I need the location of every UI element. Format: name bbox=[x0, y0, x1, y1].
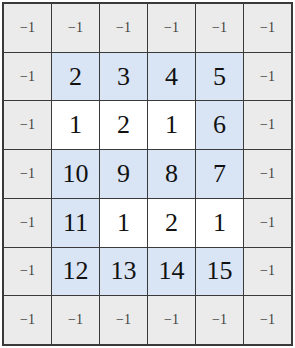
board: −1−1−1−1−1−1−12345−1−11216−1−110987−1−11… bbox=[2, 2, 293, 346]
grid-cell-r6c1: −1 bbox=[52, 296, 99, 344]
grid-cell-r2c3: 1 bbox=[148, 101, 195, 149]
grid-cell-r1c3: 4 bbox=[148, 53, 195, 101]
grid-cell-r5c4: 15 bbox=[196, 248, 243, 296]
grid-cell-r1c5: −1 bbox=[244, 53, 291, 101]
grid-cell-r1c4: 5 bbox=[196, 53, 243, 101]
grid-cell-r6c0: −1 bbox=[4, 296, 51, 344]
grid-cell-r0c4: −1 bbox=[196, 4, 243, 52]
grid-cell-r1c1: 2 bbox=[52, 53, 99, 101]
grid-cell-r5c5: −1 bbox=[244, 248, 291, 296]
grid-cell-r3c3: 8 bbox=[148, 150, 195, 198]
grid-cell-r4c2: 1 bbox=[100, 199, 147, 247]
grid-cell-r1c0: −1 bbox=[4, 53, 51, 101]
grid-cell-r4c3: 2 bbox=[148, 199, 195, 247]
grid-cell-r2c0: −1 bbox=[4, 101, 51, 149]
grid-cell-r5c1: 12 bbox=[52, 248, 99, 296]
grid-cell-r6c4: −1 bbox=[196, 296, 243, 344]
grid-cell-r4c5: −1 bbox=[244, 199, 291, 247]
grid-cell-r2c1: 1 bbox=[52, 101, 99, 149]
grid-cell-r0c2: −1 bbox=[100, 4, 147, 52]
grid-cell-r6c2: −1 bbox=[100, 296, 147, 344]
grid-cell-r2c5: −1 bbox=[244, 101, 291, 149]
grid-cell-r5c0: −1 bbox=[4, 248, 51, 296]
grid-cell-r1c2: 3 bbox=[100, 53, 147, 101]
grid-cell-r0c5: −1 bbox=[244, 4, 291, 52]
grid-cell-r4c4: 1 bbox=[196, 199, 243, 247]
grid-cell-r5c2: 13 bbox=[100, 248, 147, 296]
grid-cell-r6c3: −1 bbox=[148, 296, 195, 344]
grid-cell-r3c0: −1 bbox=[4, 150, 51, 198]
grid-cell-r6c5: −1 bbox=[244, 296, 291, 344]
grid-cell-r0c1: −1 bbox=[52, 4, 99, 52]
grid-cell-r2c2: 2 bbox=[100, 101, 147, 149]
grid-cell-r0c0: −1 bbox=[4, 4, 51, 52]
grid-cell-r3c2: 9 bbox=[100, 150, 147, 198]
puzzle-stage: −1−1−1−1−1−1−12345−1−11216−1−110987−1−11… bbox=[0, 0, 295, 348]
grid-cell-r3c1: 10 bbox=[52, 150, 99, 198]
grid-cell-r0c3: −1 bbox=[148, 4, 195, 52]
grid-cell-r4c0: −1 bbox=[4, 199, 51, 247]
grid-cell-r5c3: 14 bbox=[148, 248, 195, 296]
grid-cell-r3c4: 7 bbox=[196, 150, 243, 198]
grid-cell-r4c1: 11 bbox=[52, 199, 99, 247]
grid-cell-r2c4: 6 bbox=[196, 101, 243, 149]
grid-cell-r3c5: −1 bbox=[244, 150, 291, 198]
